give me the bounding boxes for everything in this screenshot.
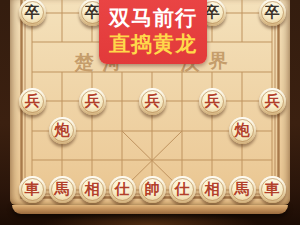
board-point[interactable] <box>47 146 77 176</box>
board-point[interactable] <box>257 28 287 58</box>
piece-label: 卒 <box>85 5 100 20</box>
board-front-edge <box>12 205 288 214</box>
piece-red-general[interactable]: 帥 <box>139 176 166 203</box>
board-point[interactable] <box>167 87 197 117</box>
board-point[interactable] <box>47 0 77 28</box>
board-point[interactable] <box>77 146 107 176</box>
board-point[interactable] <box>107 87 137 117</box>
piece-red-elephant[interactable]: 相 <box>199 176 226 203</box>
board-point[interactable]: 帥 <box>137 175 167 205</box>
board-point[interactable] <box>107 146 137 176</box>
piece-label: 仕 <box>115 182 130 197</box>
board-point[interactable] <box>137 116 167 146</box>
board-point[interactable] <box>227 146 257 176</box>
board-point[interactable]: 炮 <box>47 116 77 146</box>
board-point[interactable]: 兵 <box>257 87 287 117</box>
board-point[interactable]: 仕 <box>107 175 137 205</box>
board-point[interactable] <box>107 116 137 146</box>
board-point[interactable]: 炮 <box>227 116 257 146</box>
piece-black-pawn[interactable]: 卒 <box>259 0 286 26</box>
piece-red-pawn[interactable]: 兵 <box>139 88 166 115</box>
board-point[interactable] <box>17 57 47 87</box>
piece-label: 兵 <box>85 94 100 109</box>
board-point[interactable]: 相 <box>77 175 107 205</box>
board-point[interactable]: 兵 <box>197 87 227 117</box>
board-point[interactable] <box>137 146 167 176</box>
board-point[interactable]: 兵 <box>17 87 47 117</box>
piece-red-advisor[interactable]: 仕 <box>169 176 196 203</box>
board-point[interactable]: 車 <box>17 175 47 205</box>
piece-label: 帥 <box>145 182 160 197</box>
piece-red-cannon[interactable]: 炮 <box>229 117 256 144</box>
piece-label: 相 <box>205 182 220 197</box>
board-point[interactable] <box>227 0 257 28</box>
piece-red-horse[interactable]: 馬 <box>229 176 256 203</box>
board-point[interactable] <box>227 28 257 58</box>
piece-label: 仕 <box>175 182 190 197</box>
board-point[interactable]: 兵 <box>77 87 107 117</box>
piece-label: 馬 <box>235 182 250 197</box>
piece-label: 相 <box>85 182 100 197</box>
piece-label: 兵 <box>205 94 220 109</box>
puzzle-banner[interactable]: 双马前行 直捣黄龙 <box>99 0 207 64</box>
piece-label: 卒 <box>265 5 280 20</box>
board-point[interactable] <box>227 57 257 87</box>
board-point[interactable]: 卒 <box>17 0 47 28</box>
piece-red-advisor[interactable]: 仕 <box>109 176 136 203</box>
piece-label: 兵 <box>145 94 160 109</box>
board-point[interactable] <box>197 116 227 146</box>
piece-red-elephant[interactable]: 相 <box>79 176 106 203</box>
piece-red-chariot[interactable]: 車 <box>19 176 46 203</box>
piece-label: 炮 <box>55 123 70 138</box>
board-point[interactable]: 車 <box>257 175 287 205</box>
board-point[interactable] <box>257 116 287 146</box>
board-point[interactable] <box>227 87 257 117</box>
piece-red-pawn[interactable]: 兵 <box>19 88 46 115</box>
board-point[interactable] <box>77 116 107 146</box>
piece-label: 車 <box>25 182 40 197</box>
piece-label: 車 <box>265 182 280 197</box>
board-point[interactable] <box>17 146 47 176</box>
piece-label: 馬 <box>55 182 70 197</box>
board-point[interactable] <box>17 116 47 146</box>
banner-title-line1: 双马前行 <box>109 5 197 31</box>
piece-label: 兵 <box>25 94 40 109</box>
board-point[interactable] <box>167 116 197 146</box>
piece-red-pawn[interactable]: 兵 <box>199 88 226 115</box>
board-point[interactable]: 馬 <box>47 175 77 205</box>
board-point[interactable]: 馬 <box>227 175 257 205</box>
board-point[interactable]: 仕 <box>167 175 197 205</box>
piece-label: 卒 <box>25 5 40 20</box>
piece-red-cannon[interactable]: 炮 <box>49 117 76 144</box>
board-point[interactable] <box>257 57 287 87</box>
board-point[interactable] <box>47 87 77 117</box>
board-point[interactable] <box>17 28 47 58</box>
piece-red-chariot[interactable]: 車 <box>259 176 286 203</box>
board-point[interactable]: 卒 <box>257 0 287 28</box>
board-point[interactable]: 相 <box>197 175 227 205</box>
piece-label: 炮 <box>235 123 250 138</box>
piece-red-pawn[interactable]: 兵 <box>79 88 106 115</box>
game-screen: 楚 河 汉 界 卒卒卒卒卒兵兵兵兵兵炮炮車馬相仕帥仕相馬車 双马前行 直捣黄龙 <box>0 0 300 225</box>
board-point[interactable] <box>257 146 287 176</box>
board-point[interactable] <box>167 146 197 176</box>
banner-title-line2: 直捣黄龙 <box>109 31 197 57</box>
piece-black-pawn[interactable]: 卒 <box>19 0 46 26</box>
board-point[interactable]: 兵 <box>137 87 167 117</box>
board-point[interactable] <box>47 28 77 58</box>
board-point[interactable] <box>197 146 227 176</box>
piece-red-pawn[interactable]: 兵 <box>259 88 286 115</box>
piece-label: 兵 <box>265 94 280 109</box>
piece-red-horse[interactable]: 馬 <box>49 176 76 203</box>
board-point[interactable] <box>47 57 77 87</box>
